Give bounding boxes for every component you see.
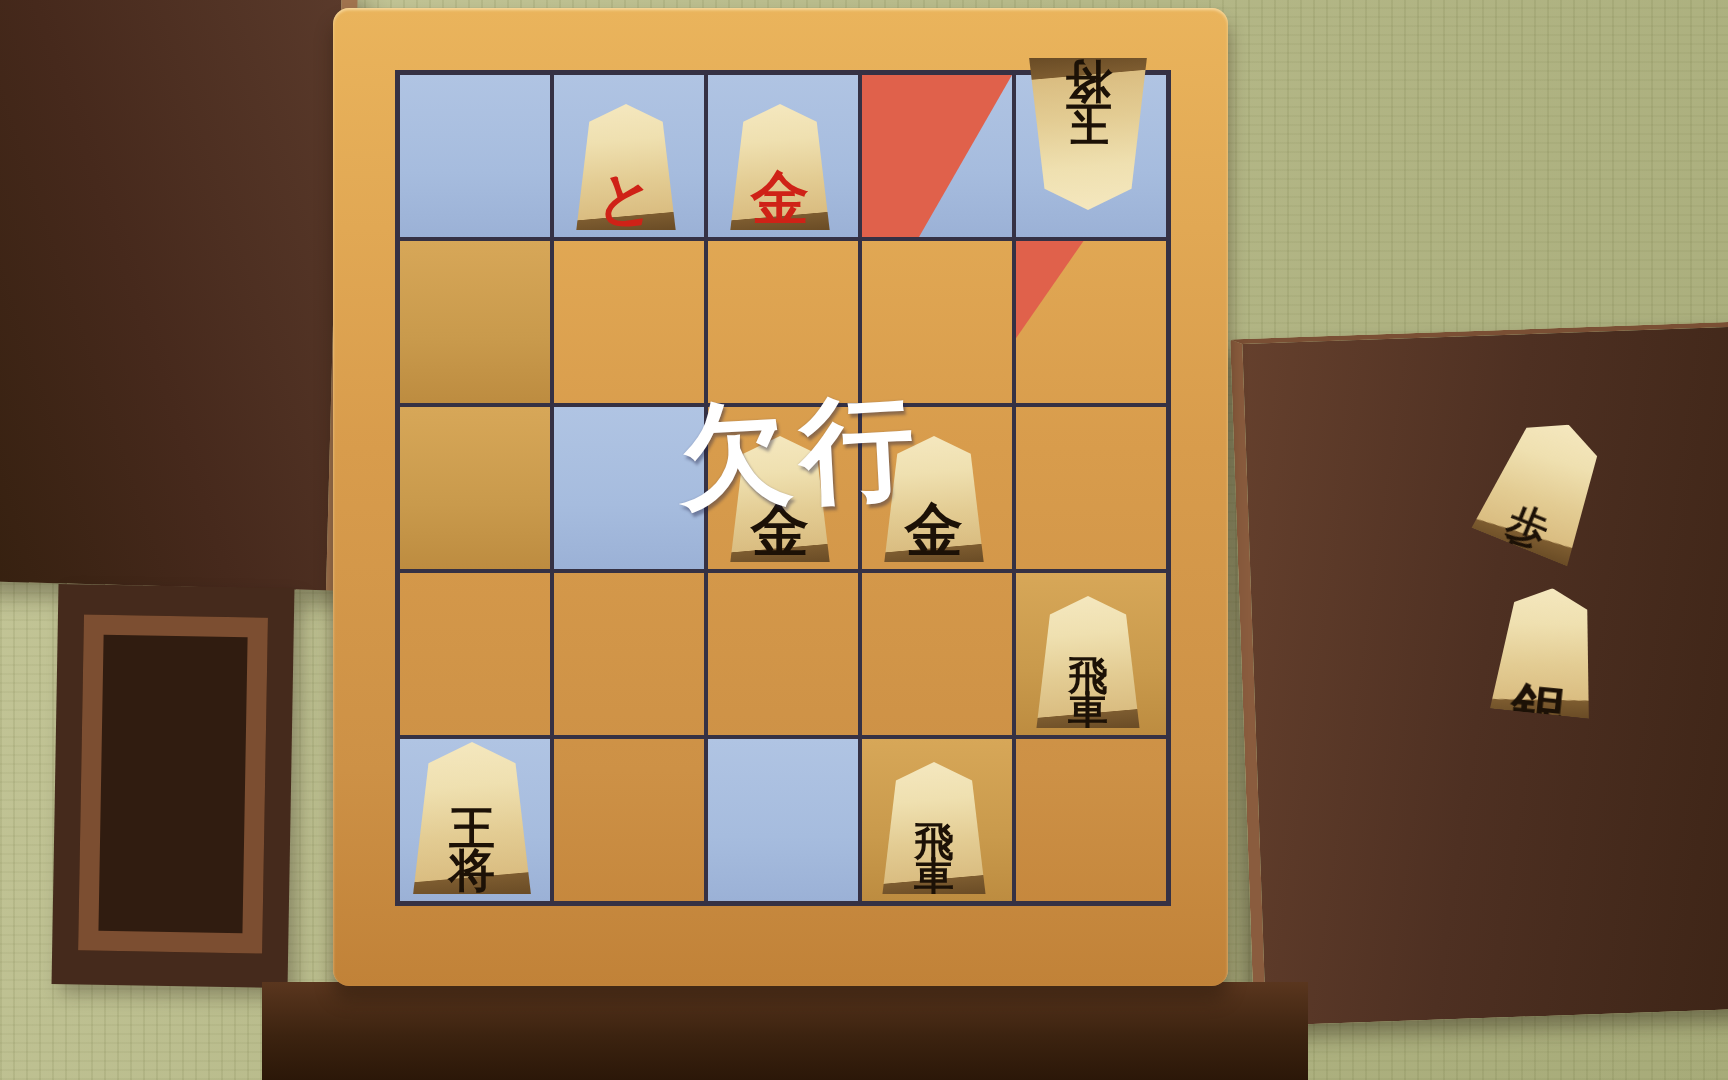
board-cell-r2c1[interactable]	[398, 239, 552, 405]
board-cell-r4c1[interactable]	[398, 571, 552, 737]
board-cell-r1c1[interactable]	[398, 73, 552, 239]
move-highlight-big-slash	[862, 75, 1012, 237]
overlay-text: 欠行	[674, 370, 926, 537]
stand-inner-frame	[78, 614, 268, 953]
piece-kanji: 将	[449, 849, 495, 891]
board-cell-r5c5[interactable]	[1014, 737, 1168, 903]
shogi-scene: { "game": "shogi (minishogi 5x5)", "posi…	[0, 0, 1728, 1080]
piece-kanji: 玉	[1065, 103, 1111, 145]
board-cell-r3c5[interactable]	[1014, 405, 1168, 571]
piece-kanji: 車	[914, 859, 954, 896]
wooden-stand-left	[52, 584, 295, 988]
piece-kanji: と	[596, 172, 655, 225]
side-table-top-left	[0, 0, 358, 591]
table-front-edge	[262, 982, 1308, 1080]
board-cell-r4c4[interactable]	[860, 571, 1014, 737]
board-cell-r4c3[interactable]	[706, 571, 860, 737]
board-cell-r3c1[interactable]	[398, 405, 552, 571]
board-cell-r1c4[interactable]	[860, 73, 1014, 239]
piece-kanji: 金	[751, 172, 809, 225]
move-highlight-corner-small	[1016, 241, 1166, 403]
board-cell-r5c3[interactable]	[706, 737, 860, 903]
piece-kanji: 将	[1065, 60, 1111, 102]
board-cell-r2c5[interactable]	[1014, 239, 1168, 405]
board-cell-r4c2[interactable]	[552, 571, 706, 737]
board-cell-r2c2[interactable]	[552, 239, 706, 405]
piece-kanji: 車	[1068, 693, 1108, 730]
board-cell-r5c2[interactable]	[552, 737, 706, 903]
captured-piece-table	[1230, 321, 1728, 1026]
